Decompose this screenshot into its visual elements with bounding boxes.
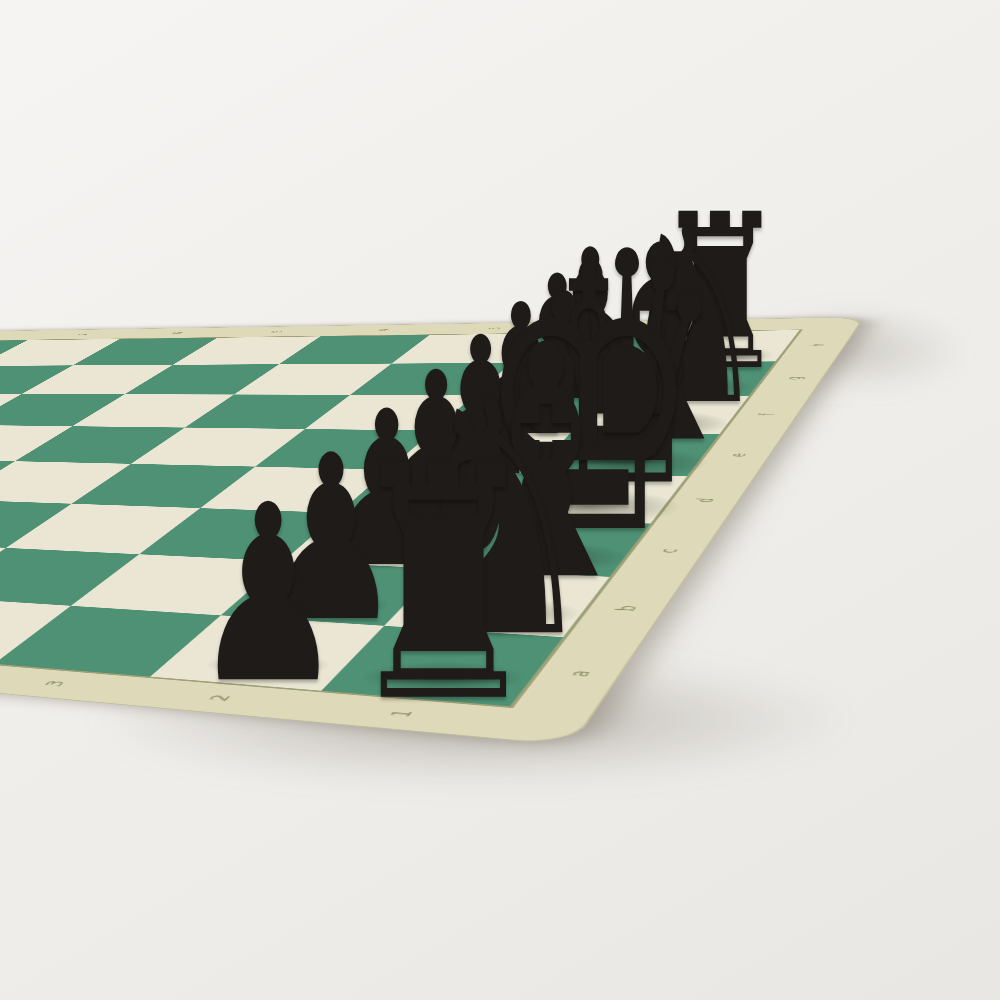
pieces-layer: ♜♟♞♟♟♝♟♛♟♚♟♝♟♞♟♜ (0, 0, 1000, 1000)
photo-scene: aabbccddeeffgghh1122334455667788 ♜♟♞♟♟♝♟… (0, 0, 1000, 1000)
piece-black-rook-a1: ♜ (221, 424, 666, 746)
